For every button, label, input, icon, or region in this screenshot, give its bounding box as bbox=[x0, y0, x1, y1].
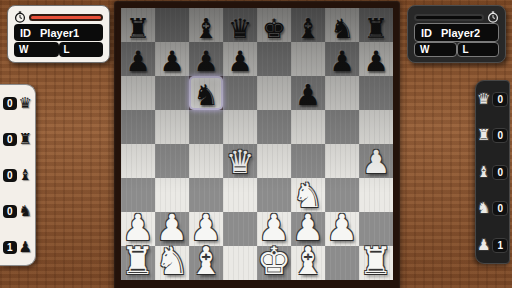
captured-count-badge: 0 bbox=[492, 201, 508, 216]
square-b8[interactable] bbox=[155, 8, 189, 42]
square-d6[interactable] bbox=[223, 76, 257, 110]
square-f1[interactable]: ♝ bbox=[291, 246, 325, 280]
square-h1[interactable]: ♜ bbox=[359, 246, 393, 280]
square-a7[interactable]: ♟ bbox=[121, 42, 155, 76]
square-b3[interactable] bbox=[155, 178, 189, 212]
piece-white-queen: ♛ bbox=[226, 146, 255, 178]
black-queen-icon: ♛ bbox=[19, 96, 32, 111]
piece-black-bishop: ♝ bbox=[296, 15, 320, 42]
piece-black-knight: ♞ bbox=[330, 15, 354, 42]
piece-white-pawn: ♟ bbox=[292, 210, 324, 246]
captured-row-black-bishop: 0♝ bbox=[3, 164, 32, 186]
square-h7[interactable]: ♟ bbox=[359, 42, 393, 76]
square-b2[interactable]: ♟ bbox=[155, 212, 189, 246]
piece-white-knight: ♞ bbox=[293, 178, 323, 212]
piece-white-pawn: ♟ bbox=[326, 210, 358, 246]
player2-id-label: ID bbox=[421, 27, 432, 39]
square-c8[interactable]: ♝ bbox=[189, 8, 223, 42]
piece-black-bishop: ♝ bbox=[194, 15, 218, 42]
square-e4[interactable] bbox=[257, 144, 291, 178]
player2-losses-box: L bbox=[457, 42, 500, 57]
captured-row-black-queen: 0♛ bbox=[3, 92, 32, 114]
captured-row-white-queen: ♛0 bbox=[479, 88, 506, 110]
square-d4[interactable]: ♛ bbox=[223, 144, 257, 178]
player1-win-label: W bbox=[19, 44, 28, 55]
square-h8[interactable]: ♜ bbox=[359, 8, 393, 42]
piece-white-king: ♚ bbox=[257, 242, 291, 280]
square-f8[interactable]: ♝ bbox=[291, 8, 325, 42]
square-e8[interactable]: ♚ bbox=[257, 8, 291, 42]
square-c5[interactable] bbox=[189, 110, 223, 144]
player2-win-label: W bbox=[420, 44, 429, 55]
captured-row-white-pawn: ♟1 bbox=[479, 234, 506, 256]
captured-count-badge: 0 bbox=[3, 133, 17, 146]
square-e2[interactable]: ♟ bbox=[257, 212, 291, 246]
captured-black-pieces-tray: 0♛0♜0♝0♞1♟ bbox=[0, 84, 36, 266]
square-f6[interactable]: ♟ bbox=[291, 76, 325, 110]
square-b6[interactable] bbox=[155, 76, 189, 110]
square-a2[interactable]: ♟ bbox=[121, 212, 155, 246]
square-e7[interactable] bbox=[257, 42, 291, 76]
white-rook-icon: ♜ bbox=[477, 128, 490, 143]
player1-time-bar bbox=[29, 14, 103, 21]
black-rook-icon: ♜ bbox=[19, 132, 32, 147]
square-c2[interactable]: ♟ bbox=[189, 212, 223, 246]
square-h2[interactable] bbox=[359, 212, 393, 246]
square-g8[interactable]: ♞ bbox=[325, 8, 359, 42]
piece-black-pawn: ♟ bbox=[363, 48, 388, 76]
square-d5[interactable] bbox=[223, 110, 257, 144]
piece-white-rook: ♜ bbox=[121, 242, 155, 280]
white-pawn-icon: ♟ bbox=[477, 238, 490, 253]
piece-white-rook: ♜ bbox=[359, 242, 393, 280]
square-d1[interactable] bbox=[223, 246, 257, 280]
square-e1[interactable]: ♚ bbox=[257, 246, 291, 280]
square-e6[interactable] bbox=[257, 76, 291, 110]
player2-id-box: ID Player2 bbox=[414, 23, 499, 42]
square-b1[interactable]: ♞ bbox=[155, 246, 189, 280]
square-b5[interactable] bbox=[155, 110, 189, 144]
piece-black-pawn: ♟ bbox=[193, 48, 218, 76]
captured-count-badge: 0 bbox=[3, 97, 17, 110]
captured-count-badge: 0 bbox=[3, 169, 17, 182]
square-c7[interactable]: ♟ bbox=[189, 42, 223, 76]
square-e5[interactable] bbox=[257, 110, 291, 144]
white-bishop-icon: ♝ bbox=[477, 165, 490, 180]
square-d7[interactable]: ♟ bbox=[223, 42, 257, 76]
square-f7[interactable] bbox=[291, 42, 325, 76]
white-knight-icon: ♞ bbox=[477, 201, 490, 216]
square-d8[interactable]: ♛ bbox=[223, 8, 257, 42]
player2-panel: ID Player2 W L bbox=[407, 5, 506, 63]
clock-icon bbox=[14, 11, 26, 23]
square-c1[interactable]: ♝ bbox=[189, 246, 223, 280]
piece-white-bishop: ♝ bbox=[291, 242, 325, 280]
player1-name: Player1 bbox=[40, 27, 79, 39]
captured-count-badge: 1 bbox=[492, 238, 508, 253]
player2-time-bar bbox=[414, 14, 484, 21]
captured-count-badge: 1 bbox=[3, 241, 17, 254]
player2-loss-label: L bbox=[463, 44, 469, 55]
square-h6[interactable] bbox=[359, 76, 393, 110]
piece-black-pawn: ♟ bbox=[227, 48, 252, 76]
piece-black-rook: ♜ bbox=[126, 15, 150, 42]
player2-timer-row bbox=[414, 11, 499, 23]
square-b4[interactable] bbox=[155, 144, 189, 178]
square-a4[interactable] bbox=[121, 144, 155, 178]
captured-row-black-pawn: 1♟ bbox=[3, 236, 32, 258]
captured-row-white-bishop: ♝0 bbox=[479, 161, 506, 183]
clock-icon bbox=[487, 11, 499, 23]
piece-white-pawn: ♟ bbox=[190, 210, 222, 246]
square-a3[interactable] bbox=[121, 178, 155, 212]
black-knight-icon: ♞ bbox=[19, 204, 32, 219]
square-d3[interactable] bbox=[223, 178, 257, 212]
square-f5[interactable] bbox=[291, 110, 325, 144]
player1-id-box: ID Player1 bbox=[14, 24, 103, 41]
square-c4[interactable] bbox=[189, 144, 223, 178]
square-a6[interactable] bbox=[121, 76, 155, 110]
captured-count-badge: 0 bbox=[3, 205, 17, 218]
piece-black-rook: ♜ bbox=[364, 15, 388, 42]
square-g1[interactable] bbox=[325, 246, 359, 280]
square-f3[interactable]: ♞ bbox=[291, 178, 325, 212]
player1-panel: ID Player1 W L bbox=[7, 5, 110, 63]
player1-timer-row bbox=[14, 11, 103, 23]
square-c3[interactable] bbox=[189, 178, 223, 212]
chess-board: ♜♝♛♚♝♞♜♟♟♟♟♟♟♞♟♛♟♞♟♟♟♟♟♟♜♞♝♚♝♜ bbox=[114, 1, 400, 288]
captured-count-badge: 0 bbox=[492, 165, 508, 180]
square-g2[interactable]: ♟ bbox=[325, 212, 359, 246]
piece-white-pawn: ♟ bbox=[156, 210, 188, 246]
piece-black-pawn: ♟ bbox=[329, 48, 354, 76]
square-h4[interactable]: ♟ bbox=[359, 144, 393, 178]
square-a8[interactable]: ♜ bbox=[121, 8, 155, 42]
piece-white-knight: ♞ bbox=[155, 242, 189, 280]
square-h5[interactable] bbox=[359, 110, 393, 144]
piece-black-pawn: ♟ bbox=[295, 81, 321, 110]
player2-name: Player2 bbox=[441, 27, 480, 39]
square-g7[interactable]: ♟ bbox=[325, 42, 359, 76]
piece-white-pawn: ♟ bbox=[362, 146, 391, 178]
piece-black-pawn: ♟ bbox=[125, 48, 150, 76]
captured-row-white-knight: ♞0 bbox=[479, 198, 506, 220]
square-a1[interactable]: ♜ bbox=[121, 246, 155, 280]
square-d2[interactable] bbox=[223, 212, 257, 246]
captured-white-pieces-tray: ♛0♜0♝0♞0♟1 bbox=[475, 80, 510, 264]
square-f2[interactable]: ♟ bbox=[291, 212, 325, 246]
square-g3[interactable] bbox=[325, 178, 359, 212]
player1-wins-box: W bbox=[14, 42, 59, 57]
captured-row-black-knight: 0♞ bbox=[3, 200, 32, 222]
captured-count-badge: 0 bbox=[492, 128, 508, 143]
square-a5[interactable] bbox=[121, 110, 155, 144]
board-grid: ♜♝♛♚♝♞♜♟♟♟♟♟♟♞♟♛♟♞♟♟♟♟♟♟♜♞♝♚♝♜ bbox=[121, 8, 393, 280]
wood-background: ♜♝♛♚♝♞♜♟♟♟♟♟♟♞♟♛♟♞♟♟♟♟♟♟♜♞♝♚♝♜ ID Player… bbox=[0, 0, 512, 288]
piece-white-bishop: ♝ bbox=[189, 242, 223, 280]
piece-black-pawn: ♟ bbox=[159, 48, 184, 76]
square-g4[interactable] bbox=[325, 144, 359, 178]
captured-count-badge: 0 bbox=[492, 92, 508, 107]
black-pawn-icon: ♟ bbox=[19, 240, 32, 255]
captured-row-white-rook: ♜0 bbox=[479, 125, 506, 147]
piece-white-pawn: ♟ bbox=[122, 210, 154, 246]
square-h3[interactable] bbox=[359, 178, 393, 212]
piece-white-pawn: ♟ bbox=[258, 210, 290, 246]
square-g6[interactable] bbox=[325, 76, 359, 110]
white-queen-icon: ♛ bbox=[477, 92, 490, 107]
square-c6[interactable]: ♞ bbox=[189, 76, 223, 110]
square-f4[interactable] bbox=[291, 144, 325, 178]
piece-black-queen: ♛ bbox=[228, 15, 252, 42]
player2-wins-box: W bbox=[414, 42, 457, 57]
captured-row-black-rook: 0♜ bbox=[3, 128, 32, 150]
player1-id-label: ID bbox=[20, 27, 31, 39]
square-b7[interactable]: ♟ bbox=[155, 42, 189, 76]
square-e3[interactable] bbox=[257, 178, 291, 212]
square-g5[interactable] bbox=[325, 110, 359, 144]
black-bishop-icon: ♝ bbox=[19, 168, 32, 183]
player1-loss-label: L bbox=[64, 44, 70, 55]
piece-black-king: ♚ bbox=[262, 15, 286, 42]
piece-black-knight: ♞ bbox=[193, 81, 219, 110]
player1-losses-box: L bbox=[59, 42, 104, 57]
